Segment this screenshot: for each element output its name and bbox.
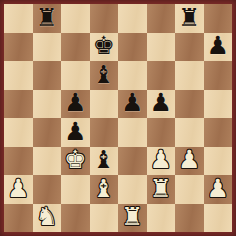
square-d3[interactable]: ♝ <box>90 147 119 176</box>
square-e3[interactable] <box>118 147 147 176</box>
chess-board: ♜♜♚♟♝♟♟♟♟♚♝♟♟♟♝♜♟♞♜ <box>4 4 232 232</box>
square-f7[interactable] <box>147 33 176 62</box>
square-e8[interactable] <box>118 4 147 33</box>
square-g2[interactable] <box>175 175 204 204</box>
square-c4[interactable]: ♟ <box>61 118 90 147</box>
square-g1[interactable] <box>175 204 204 233</box>
square-d4[interactable] <box>90 118 119 147</box>
square-h8[interactable] <box>204 4 233 33</box>
square-a6[interactable] <box>4 61 33 90</box>
white-rook-e1: ♜ <box>121 204 143 229</box>
white-knight-b1: ♞ <box>36 204 58 229</box>
square-e1[interactable]: ♜ <box>118 204 147 233</box>
square-c6[interactable] <box>61 61 90 90</box>
chess-board-frame: ♜♜♚♟♝♟♟♟♟♚♝♟♟♟♝♜♟♞♜ <box>0 0 236 236</box>
square-d6[interactable]: ♝ <box>90 61 119 90</box>
square-d5[interactable] <box>90 90 119 119</box>
black-pawn-h7: ♟ <box>207 33 229 58</box>
square-b8[interactable]: ♜ <box>33 4 62 33</box>
square-g3[interactable]: ♟ <box>175 147 204 176</box>
square-h3[interactable] <box>204 147 233 176</box>
square-d8[interactable] <box>90 4 119 33</box>
black-king-d7: ♚ <box>93 33 115 58</box>
square-e5[interactable]: ♟ <box>118 90 147 119</box>
square-g8[interactable]: ♜ <box>175 4 204 33</box>
square-f2[interactable]: ♜ <box>147 175 176 204</box>
square-b1[interactable]: ♞ <box>33 204 62 233</box>
square-c1[interactable] <box>61 204 90 233</box>
white-pawn-g3: ♟ <box>178 147 200 172</box>
white-king-c3: ♚ <box>64 147 86 172</box>
square-a2[interactable]: ♟ <box>4 175 33 204</box>
square-c2[interactable] <box>61 175 90 204</box>
square-a5[interactable] <box>4 90 33 119</box>
square-f5[interactable]: ♟ <box>147 90 176 119</box>
square-h6[interactable] <box>204 61 233 90</box>
white-bishop-d2: ♝ <box>93 176 115 201</box>
white-pawn-a2: ♟ <box>7 176 29 201</box>
white-pawn-h2: ♟ <box>207 176 229 201</box>
square-f8[interactable] <box>147 4 176 33</box>
square-e2[interactable] <box>118 175 147 204</box>
black-bishop-d3: ♝ <box>93 147 115 172</box>
square-g7[interactable] <box>175 33 204 62</box>
square-c7[interactable] <box>61 33 90 62</box>
square-g5[interactable] <box>175 90 204 119</box>
square-g6[interactable] <box>175 61 204 90</box>
square-a1[interactable] <box>4 204 33 233</box>
black-pawn-e5: ♟ <box>121 90 143 115</box>
square-f4[interactable] <box>147 118 176 147</box>
square-b2[interactable] <box>33 175 62 204</box>
square-h2[interactable]: ♟ <box>204 175 233 204</box>
square-e4[interactable] <box>118 118 147 147</box>
square-d7[interactable]: ♚ <box>90 33 119 62</box>
black-rook-b8: ♜ <box>36 5 58 30</box>
square-b4[interactable] <box>33 118 62 147</box>
square-e7[interactable] <box>118 33 147 62</box>
black-pawn-c5: ♟ <box>64 90 86 115</box>
square-f3[interactable]: ♟ <box>147 147 176 176</box>
square-f6[interactable] <box>147 61 176 90</box>
square-c8[interactable] <box>61 4 90 33</box>
white-rook-f2: ♜ <box>150 176 172 201</box>
square-a4[interactable] <box>4 118 33 147</box>
square-f1[interactable] <box>147 204 176 233</box>
square-h7[interactable]: ♟ <box>204 33 233 62</box>
square-h1[interactable] <box>204 204 233 233</box>
square-c5[interactable]: ♟ <box>61 90 90 119</box>
square-h4[interactable] <box>204 118 233 147</box>
square-d2[interactable]: ♝ <box>90 175 119 204</box>
black-pawn-c4: ♟ <box>64 119 86 144</box>
square-a8[interactable] <box>4 4 33 33</box>
square-b5[interactable] <box>33 90 62 119</box>
black-rook-g8: ♜ <box>178 5 200 30</box>
square-c3[interactable]: ♚ <box>61 147 90 176</box>
black-bishop-d6: ♝ <box>93 62 115 87</box>
square-b7[interactable] <box>33 33 62 62</box>
square-g4[interactable] <box>175 118 204 147</box>
square-e6[interactable] <box>118 61 147 90</box>
black-pawn-f5: ♟ <box>150 90 172 115</box>
square-b3[interactable] <box>33 147 62 176</box>
square-a7[interactable] <box>4 33 33 62</box>
square-b6[interactable] <box>33 61 62 90</box>
square-d1[interactable] <box>90 204 119 233</box>
square-h5[interactable] <box>204 90 233 119</box>
white-pawn-f3: ♟ <box>150 147 172 172</box>
square-a3[interactable] <box>4 147 33 176</box>
